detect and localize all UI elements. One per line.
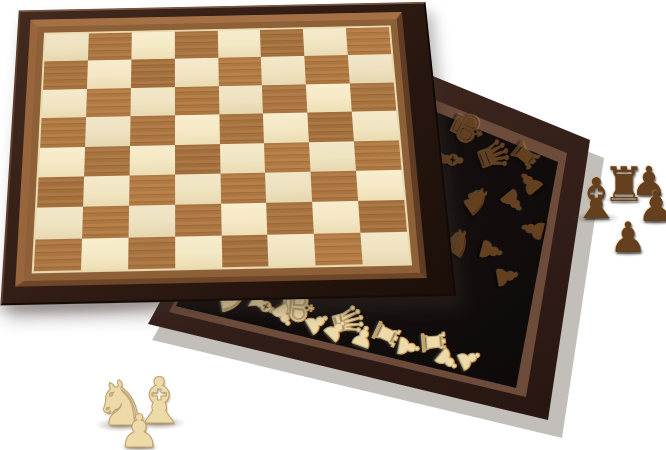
chess-set-product-photo: ♚♝♛♜♟♞♟♟♞♟♟♞♝♚♟♟♛♟♟♜♟♜♟♟ ♝♜♟♟♟♞♝♟ — [0, 0, 666, 450]
light-knight: ♞ — [90, 373, 152, 435]
light-pawn: ♟ — [116, 408, 162, 450]
dark-pawn: ♟ — [629, 161, 666, 201]
light-piece-contact-shadow — [132, 416, 186, 430]
dark-piece-contact-shadow — [604, 195, 645, 206]
light-piece-contact-shadow — [95, 418, 148, 432]
dark-pawn: ♟ — [635, 186, 666, 228]
dark-piece-contact-shadow — [572, 212, 620, 224]
dark-piece-contact-shadow — [632, 191, 666, 200]
dark-rook: ♜ — [600, 160, 648, 208]
light-piece-contact-shadow — [119, 442, 158, 450]
dark-pawn: ♟ — [607, 217, 649, 259]
dark-piece-contact-shadow — [638, 216, 666, 225]
dark-bishop: ♝ — [568, 171, 624, 227]
light-bishop: ♝ — [127, 369, 191, 433]
standing-pieces-layer: ♝♜♟♟♟♞♝♟ — [0, 0, 666, 450]
dark-piece-contact-shadow — [610, 247, 646, 256]
